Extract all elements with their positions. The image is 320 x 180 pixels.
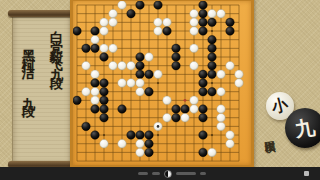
go-stone-black (136, 1, 145, 9)
go-stone-white (100, 139, 109, 148)
go-stone-black (172, 105, 181, 114)
go-stone-white (136, 79, 145, 88)
go-stone-white (190, 18, 199, 27)
go-stone-black (199, 79, 208, 88)
expand-square-icon[interactable] (304, 171, 309, 176)
go-stone-white (190, 9, 199, 18)
go-stone-white (127, 79, 136, 88)
go-stone-black (172, 61, 181, 70)
go-stone-black (226, 27, 235, 36)
go-stone-white (226, 131, 235, 140)
star-point (157, 134, 159, 136)
go-stone-white (226, 139, 235, 148)
go-stone-black (100, 87, 109, 96)
player-name-scroll: 白党毅飞九段 黑柯洁 九段 (8, 10, 74, 168)
go-stone-black (163, 27, 172, 36)
go-stone-white (190, 44, 199, 53)
unreadable-text-pill (176, 172, 196, 175)
go-stone-white (82, 61, 91, 70)
go-stone-black (208, 70, 217, 79)
go-stone-white (235, 79, 244, 88)
go-stone-black (100, 53, 109, 62)
go-stone-black (154, 1, 163, 9)
go-stone-white (154, 70, 163, 79)
bar-center-controls (138, 167, 206, 180)
go-board-grid[interactable] (73, 1, 251, 165)
go-stone-white (136, 148, 145, 157)
go-stone-white (91, 87, 100, 96)
go-stone-white (109, 61, 118, 70)
go-stone-black (136, 53, 145, 62)
go-stone-black (145, 87, 154, 96)
go-stone-black (73, 27, 81, 36)
go-board[interactable] (70, 0, 254, 168)
go-stone-white (91, 70, 100, 79)
go-stone-white (181, 113, 190, 122)
logo-side-text: 围棋 (259, 131, 274, 135)
go-stone-white (91, 96, 100, 105)
star-point (103, 134, 105, 136)
go-stone-white (136, 139, 145, 148)
go-stone-black (199, 18, 208, 27)
go-stone-white (154, 27, 163, 36)
go-stone-black (181, 105, 190, 114)
star-point (211, 134, 213, 136)
red-move-marker (184, 99, 187, 102)
go-stone-white (100, 27, 109, 36)
go-stone-black (208, 53, 217, 62)
go-stone-black (172, 113, 181, 122)
go-stone-black (100, 113, 109, 122)
go-stone-white (190, 27, 199, 36)
go-stone-white (190, 61, 199, 70)
go-stone-black (82, 44, 91, 53)
bottom-control-bar (0, 167, 320, 180)
go-stone-white (109, 18, 118, 27)
unreadable-text-pill (152, 172, 160, 175)
go-stone-black (91, 44, 100, 53)
go-stone-white (235, 70, 244, 79)
go-stone-white (109, 9, 118, 18)
go-stone-black (199, 70, 208, 79)
go-stone-white (208, 9, 217, 18)
go-stone-white (118, 61, 127, 70)
go-stone-black (100, 79, 109, 88)
go-stone-black (199, 131, 208, 140)
scroll-roller-top (8, 10, 74, 17)
go-stone-black (100, 96, 109, 105)
go-stone-white (118, 139, 127, 148)
white-player-label: 白党毅飞九段 (49, 21, 63, 75)
go-stone-white (100, 44, 109, 53)
go-stone-black (208, 87, 217, 96)
logo-black-stone-icon: 九 (285, 108, 320, 148)
go-stone-black (91, 131, 100, 140)
go-stone-black (199, 87, 208, 96)
go-stone-black (199, 27, 208, 36)
go-stone-black (91, 105, 100, 114)
go-stone-black (136, 131, 145, 140)
go-stone-white (82, 87, 91, 96)
go-stone-white (226, 61, 235, 70)
last-move-dot (157, 125, 160, 128)
go-stone-white (217, 113, 226, 122)
go-stone-black (145, 70, 154, 79)
go-stone-black (208, 18, 217, 27)
go-stone-white (190, 96, 199, 105)
go-stone-white (163, 18, 172, 27)
unreadable-text-pill (138, 172, 148, 175)
go-stone-white (190, 105, 199, 114)
go-stone-white (136, 87, 145, 96)
go-stone-black (91, 27, 100, 36)
go-stone-black (145, 139, 154, 148)
go-stone-white (100, 18, 109, 27)
go-stone-white (217, 122, 226, 131)
app-logo: 小 九 围棋 (258, 88, 320, 168)
go-stone-white (217, 105, 226, 114)
go-stone-white (154, 18, 163, 27)
go-stone-black (208, 35, 217, 44)
go-stone-black (226, 18, 235, 27)
go-stone-black (91, 79, 100, 88)
go-stone-white (163, 96, 172, 105)
go-stone-white (109, 44, 118, 53)
star-point (157, 82, 159, 84)
go-stone-black (208, 61, 217, 70)
go-stone-white (118, 1, 127, 9)
go-stone-black (118, 105, 127, 114)
go-stone-black (145, 148, 154, 157)
go-stone-black (73, 96, 81, 105)
go-stone-black (199, 9, 208, 18)
go-stone-black (82, 122, 91, 131)
go-stone-white (91, 35, 100, 44)
go-stone-white (217, 9, 226, 18)
black-player-label: 黑柯洁 九段 (21, 39, 35, 102)
go-stone-black (127, 9, 136, 18)
go-stone-black (199, 1, 208, 9)
go-stone-white (145, 53, 154, 62)
go-stone-white (217, 87, 226, 96)
logo-white-stone-char: 小 (270, 94, 291, 118)
go-stone-black (136, 61, 145, 70)
go-stone-white (163, 113, 172, 122)
star-point (211, 30, 213, 32)
go-stone-black (172, 53, 181, 62)
go-stone-black (172, 44, 181, 53)
go-stone-white (127, 61, 136, 70)
go-stone-white (217, 70, 226, 79)
go-stone-black (208, 44, 217, 53)
go-stone-black (199, 113, 208, 122)
black-white-toggle-icon[interactable] (164, 170, 172, 178)
logo-black-stone-char: 九 (293, 113, 317, 143)
go-stone-black (127, 131, 136, 140)
go-stone-white (118, 79, 127, 88)
unreadable-text-pill (200, 172, 206, 175)
go-stone-white (208, 148, 217, 157)
go-stone-black (145, 131, 154, 140)
go-stone-black (136, 70, 145, 79)
go-stone-black (100, 105, 109, 114)
screenshot-stage: 白党毅飞九段 黑柯洁 九段 小 九 围棋 (0, 0, 320, 180)
go-stone-black (199, 105, 208, 114)
go-stone-black (199, 148, 208, 157)
star-point (211, 82, 213, 84)
